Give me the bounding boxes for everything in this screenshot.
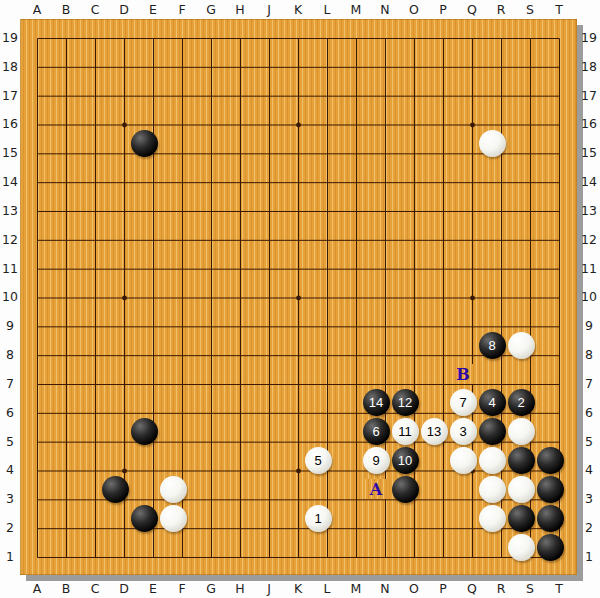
- move-number: 4: [488, 395, 495, 410]
- coord-label-top-K: K: [288, 2, 308, 17]
- move-number: 11: [398, 424, 412, 439]
- stone-white-K5[interactable]: 5: [305, 447, 332, 474]
- stone-white-R2[interactable]: [508, 534, 535, 561]
- coord-label-top-M: M: [346, 2, 366, 17]
- coord-label-right-3: 3: [579, 491, 599, 507]
- coord-label-right-17: 17: [579, 88, 599, 104]
- coord-label-bottom-G: G: [201, 581, 221, 596]
- stone-black-R3[interactable]: [508, 505, 535, 532]
- move-number: 12: [398, 395, 412, 410]
- coord-label-left-7: 7: [0, 376, 20, 392]
- stone-black-Q7[interactable]: 4: [479, 389, 506, 416]
- coord-label-top-O: O: [404, 2, 424, 17]
- coord-label-right-8: 8: [579, 347, 599, 363]
- coord-label-left-12: 12: [0, 232, 20, 248]
- stone-black-C4[interactable]: [102, 476, 129, 503]
- coord-label-right-9: 9: [579, 318, 599, 334]
- move-number: 2: [517, 395, 524, 410]
- marker-label-A-M4[interactable]: A: [365, 479, 387, 499]
- coord-label-left-19: 19: [0, 30, 20, 46]
- stone-white-R6[interactable]: [508, 418, 535, 445]
- stone-black-N4[interactable]: [392, 476, 419, 503]
- coord-label-top-Q: Q: [462, 2, 482, 17]
- stone-white-M5[interactable]: 9: [363, 447, 390, 474]
- coord-label-bottom-T: T: [549, 581, 569, 596]
- stone-black-Q6[interactable]: [479, 418, 506, 445]
- coord-label-top-J: J: [259, 2, 279, 17]
- coord-label-left-14: 14: [0, 174, 20, 190]
- coord-label-top-F: F: [172, 2, 192, 17]
- move-number: 7: [459, 395, 466, 410]
- move-number: 9: [372, 453, 379, 468]
- stone-white-Q3[interactable]: [479, 505, 506, 532]
- coord-label-right-10: 10: [579, 289, 599, 305]
- coord-label-left-18: 18: [0, 59, 20, 75]
- coord-label-top-D: D: [114, 2, 134, 17]
- stone-white-Q4[interactable]: [479, 476, 506, 503]
- coord-label-top-A: A: [27, 2, 47, 17]
- coord-label-right-15: 15: [579, 145, 599, 161]
- coord-label-top-E: E: [143, 2, 163, 17]
- stone-black-Q9[interactable]: 8: [479, 332, 506, 359]
- stone-white-O6[interactable]: 13: [421, 418, 448, 445]
- stone-black-M7[interactable]: 14: [363, 389, 390, 416]
- coord-label-right-19: 19: [579, 30, 599, 46]
- stone-white-N6[interactable]: 11: [392, 418, 419, 445]
- coord-label-left-1: 1: [0, 549, 20, 565]
- coord-label-bottom-D: D: [114, 581, 134, 596]
- stone-white-P6[interactable]: 3: [450, 418, 477, 445]
- stone-black-S3[interactable]: [537, 505, 564, 532]
- stone-white-P7[interactable]: 7: [450, 389, 477, 416]
- coord-label-bottom-L: L: [317, 581, 337, 596]
- coord-label-bottom-R: R: [491, 581, 511, 596]
- coord-label-bottom-E: E: [143, 581, 163, 596]
- coord-label-top-P: P: [433, 2, 453, 17]
- coord-label-right-4: 4: [579, 462, 599, 478]
- coord-label-bottom-S: S: [520, 581, 540, 596]
- stone-white-Q5[interactable]: [479, 447, 506, 474]
- coord-label-right-16: 16: [579, 116, 599, 132]
- marker-label-B-P8[interactable]: B: [452, 364, 474, 384]
- coord-label-left-17: 17: [0, 88, 20, 104]
- coord-label-left-11: 11: [0, 261, 20, 277]
- stone-white-E3[interactable]: [160, 505, 187, 532]
- stone-black-D3[interactable]: [131, 505, 158, 532]
- move-number: 8: [488, 338, 495, 353]
- coord-label-bottom-O: O: [404, 581, 424, 596]
- coord-label-top-R: R: [491, 2, 511, 17]
- stone-white-P5[interactable]: [450, 447, 477, 474]
- coord-label-bottom-N: N: [375, 581, 395, 596]
- stone-white-Q16[interactable]: [479, 130, 506, 157]
- move-number: 3: [459, 424, 466, 439]
- coord-label-right-6: 6: [579, 405, 599, 421]
- coord-label-bottom-Q: Q: [462, 581, 482, 596]
- coord-label-left-13: 13: [0, 203, 20, 219]
- move-number: 6: [372, 424, 379, 439]
- coord-label-left-5: 5: [0, 434, 20, 450]
- coord-label-right-1: 1: [579, 549, 599, 565]
- coord-label-bottom-B: B: [56, 581, 76, 596]
- coord-label-left-10: 10: [0, 289, 20, 305]
- stone-black-R7[interactable]: 2: [508, 389, 535, 416]
- coord-label-right-5: 5: [579, 434, 599, 450]
- coord-label-left-2: 2: [0, 520, 20, 536]
- coord-label-bottom-F: F: [172, 581, 192, 596]
- go-board[interactable]: 8141274261113359101AB: [20, 19, 577, 575]
- coord-label-left-6: 6: [0, 405, 20, 421]
- coord-label-right-11: 11: [579, 261, 599, 277]
- coord-label-bottom-J: J: [259, 581, 279, 596]
- coord-label-right-14: 14: [579, 174, 599, 190]
- coord-label-left-15: 15: [0, 145, 20, 161]
- stone-black-M6[interactable]: 6: [363, 418, 390, 445]
- move-number: 13: [427, 424, 441, 439]
- move-number: 10: [398, 453, 412, 468]
- coord-label-right-7: 7: [579, 376, 599, 392]
- stone-grid: 8141274261113359101AB: [43, 43, 594, 591]
- coord-label-right-12: 12: [579, 232, 599, 248]
- stone-black-S4[interactable]: [537, 476, 564, 503]
- coord-label-left-3: 3: [0, 491, 20, 507]
- stone-white-E4[interactable]: [160, 476, 187, 503]
- go-diagram: 8141274261113359101AB AABBCCDDEEFFGGHHJJ…: [0, 0, 600, 598]
- coord-label-top-C: C: [85, 2, 105, 17]
- move-number: 14: [369, 395, 383, 410]
- coord-label-bottom-K: K: [288, 581, 308, 596]
- coord-label-bottom-M: M: [346, 581, 366, 596]
- stone-black-N7[interactable]: 12: [392, 389, 419, 416]
- move-number: 1: [314, 511, 321, 526]
- stone-black-R5[interactable]: [508, 447, 535, 474]
- coord-label-right-18: 18: [579, 59, 599, 75]
- coord-label-bottom-H: H: [230, 581, 250, 596]
- coord-label-top-S: S: [520, 2, 540, 17]
- coord-label-bottom-A: A: [27, 581, 47, 596]
- coord-label-top-H: H: [230, 2, 250, 17]
- coord-label-right-13: 13: [579, 203, 599, 219]
- coord-label-top-N: N: [375, 2, 395, 17]
- coord-label-left-8: 8: [0, 347, 20, 363]
- coord-label-bottom-C: C: [85, 581, 105, 596]
- coord-label-top-B: B: [56, 2, 76, 17]
- stone-white-R9[interactable]: [508, 332, 535, 359]
- stone-black-D6[interactable]: [131, 418, 158, 445]
- move-number: 5: [314, 453, 321, 468]
- coord-label-left-16: 16: [0, 116, 20, 132]
- coord-label-right-2: 2: [579, 520, 599, 536]
- stone-black-N5[interactable]: 10: [392, 447, 419, 474]
- stone-black-D16[interactable]: [131, 130, 158, 157]
- coord-label-bottom-P: P: [433, 581, 453, 596]
- stone-black-S5[interactable]: [537, 447, 564, 474]
- coord-label-left-4: 4: [0, 462, 20, 478]
- coord-label-top-L: L: [317, 2, 337, 17]
- coord-label-left-9: 9: [0, 318, 20, 334]
- stone-white-R4[interactable]: [508, 476, 535, 503]
- coord-label-top-G: G: [201, 2, 221, 17]
- stone-black-S2[interactable]: [537, 534, 564, 561]
- coord-label-top-T: T: [549, 2, 569, 17]
- stone-white-K3[interactable]: 1: [305, 505, 332, 532]
